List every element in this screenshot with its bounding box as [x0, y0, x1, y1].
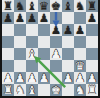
white-knight-piece: ♞ [75, 84, 85, 96]
square-h1[interactable]: ♜ [86, 84, 98, 96]
square-d6[interactable] [38, 24, 50, 36]
black-bishop-piece: ♝ [63, 0, 73, 12]
white-bishop-piece: ♝ [27, 48, 37, 60]
square-g5[interactable] [74, 36, 86, 48]
black-pawn-piece: ♟ [75, 24, 85, 36]
black-knight-piece: ♞ [75, 0, 85, 12]
square-f5[interactable] [62, 36, 74, 48]
square-c7[interactable]: ♟ [26, 12, 38, 24]
square-f6[interactable]: ♟ [62, 24, 74, 36]
square-d5[interactable] [38, 36, 50, 48]
white-rook-piece: ♜ [87, 84, 97, 96]
black-pawn-piece: ♟ [51, 24, 61, 36]
square-a6[interactable] [2, 24, 14, 36]
square-f8[interactable]: ♝ [62, 0, 74, 12]
square-g1[interactable]: ♞ [74, 84, 86, 96]
white-rook-piece: ♜ [3, 84, 13, 96]
square-h7[interactable]: ♟ [86, 12, 98, 24]
square-d7[interactable]: ♟ [38, 12, 50, 24]
square-e3[interactable] [50, 60, 62, 72]
white-bishop-piece: ♝ [27, 84, 37, 96]
square-b7[interactable]: ♟ [14, 12, 26, 24]
square-a5[interactable] [2, 36, 14, 48]
black-pawn-piece: ♟ [39, 12, 49, 24]
square-f1[interactable] [62, 84, 74, 96]
square-d4[interactable] [38, 48, 50, 60]
white-pawn-piece: ♟ [51, 48, 61, 60]
black-pawn-piece: ♟ [27, 12, 37, 24]
square-e6[interactable]: ♟ [50, 24, 62, 36]
square-b4[interactable] [14, 48, 26, 60]
black-pawn-piece: ♟ [63, 24, 73, 36]
square-c4[interactable]: ♝ [26, 48, 38, 60]
white-pawn-piece: ♟ [39, 72, 49, 84]
white-king-piece: ♚ [51, 84, 61, 96]
square-b6[interactable] [14, 24, 26, 36]
square-d1[interactable] [38, 84, 50, 96]
square-a4[interactable] [2, 48, 14, 60]
square-e1[interactable]: ♚ [50, 84, 62, 96]
square-a1[interactable]: ♜ [2, 84, 14, 96]
square-h5[interactable] [86, 36, 98, 48]
square-h6[interactable] [86, 24, 98, 36]
chess-app-window: ♜♞♝♛♚♝♞♜♟♟♟♟♟♟♟♟♝♟♛♟♟♟♟♟♟♟♜♞♝♚♞♜ [0, 0, 100, 98]
black-pawn-piece: ♟ [3, 12, 13, 24]
chess-board: ♜♞♝♛♚♝♞♜♟♟♟♟♟♟♟♟♝♟♛♟♟♟♟♟♟♟♜♞♝♚♞♜ [2, 0, 98, 96]
white-pawn-piece: ♟ [63, 72, 73, 84]
square-b5[interactable] [14, 36, 26, 48]
square-d2[interactable]: ♟ [38, 72, 50, 84]
square-c1[interactable]: ♝ [26, 84, 38, 96]
black-pawn-piece: ♟ [15, 12, 25, 24]
square-c6[interactable] [26, 24, 38, 36]
square-g6[interactable]: ♟ [74, 24, 86, 36]
square-f2[interactable]: ♟ [62, 72, 74, 84]
square-h4[interactable] [86, 48, 98, 60]
square-f4[interactable] [62, 48, 74, 60]
square-a7[interactable]: ♟ [2, 12, 14, 24]
square-b1[interactable]: ♞ [14, 84, 26, 96]
square-e8[interactable]: ♚ [50, 0, 62, 12]
black-pawn-piece: ♟ [87, 12, 97, 24]
black-king-piece: ♚ [51, 0, 61, 12]
square-e4[interactable]: ♟ [50, 48, 62, 60]
square-g8[interactable]: ♞ [74, 0, 86, 12]
white-knight-piece: ♞ [15, 84, 25, 96]
